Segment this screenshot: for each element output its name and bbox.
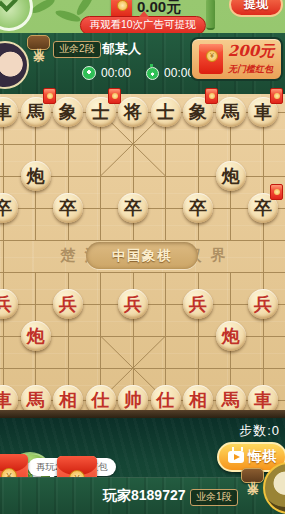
piece-glyph: 卒 [0,199,12,217]
piece-glyph: 車 [0,391,12,409]
piece-glyph: 卒 [59,199,77,217]
red-envelope-badge[interactable] [108,88,121,104]
bamboo-stalk-decoration [206,0,215,30]
piece-e7[interactable]: 卒 [118,193,148,223]
piece-glyph: 兵 [124,295,142,313]
piece-c7[interactable]: 卒 [53,193,83,223]
red-envelope-icon: ¥ [199,44,223,74]
piece-i4[interactable]: 兵 [248,289,278,319]
piece-glyph: 象 [59,103,77,121]
red-envelope-badge[interactable] [270,184,283,200]
piece-c10[interactable]: 象 [53,97,83,127]
piece-g4[interactable]: 兵 [183,289,213,319]
bamboo-leaf-decoration [30,0,57,16]
piece-i7[interactable]: 卒 [248,193,278,223]
player-shield-label: 业余 [247,472,258,478]
bamboo-leaf-decoration [74,0,95,17]
opponent-timers: 00:00 00:00 [82,66,194,80]
game-title-badge: 中国象棋 [86,242,198,269]
piece-glyph: 帅 [124,391,142,409]
piece-glyph: 象 [189,103,207,121]
xiangqi-board[interactable]: 楚河 汉界 中国象棋 車馬象士将士象馬車炮炮卒卒卒卒卒兵兵兵兵兵炮炮車馬相仕帅仕… [0,94,285,418]
piece-b3[interactable]: 炮 [21,321,51,351]
piece-e4[interactable]: 兵 [118,289,148,319]
piece-glyph: 車 [254,103,272,121]
piece-c4[interactable]: 兵 [53,289,83,319]
red-packet-amount: 200元 [224,42,278,61]
opponent-total-time: 00:00 [101,66,131,80]
piece-e10[interactable]: 将 [118,97,148,127]
ad-tv-icon [228,451,244,463]
piece-glyph: 馬 [222,103,240,121]
piece-glyph: 将 [124,103,142,121]
opponent-avatar[interactable] [0,41,29,89]
opponent-shield-label: 业余 [33,39,44,45]
red-envelope-badge[interactable] [205,88,218,104]
piece-h10[interactable]: 馬 [216,97,246,127]
piece-i10[interactable]: 車 [248,97,278,127]
move-count: 步数:0 [239,422,280,440]
opponent-bar: 业余 业余2段 郁某人 00:00 00:00 ¥ 200元 无门槛红包 [0,33,285,96]
bottom-area: 步数:0 悔棋 ✎ 任务 再玩2局可领红包 ¥ ¥ 玩家8189727 业余1段… [0,418,285,514]
opponent-rank-badge: 业余2段 [53,41,101,58]
piece-glyph: 馬 [27,391,45,409]
coin-icon: ¥ [206,50,218,62]
piece-glyph: 仕 [92,391,110,409]
player-rank-shield: 业余 [241,468,264,483]
piece-glyph: 士 [92,103,110,121]
piece-glyph: 炮 [222,327,240,345]
piece-f10[interactable]: 士 [151,97,181,127]
piece-glyph: 相 [59,391,77,409]
piece-glyph: 車 [254,391,272,409]
move-timer-icon [146,67,159,80]
piece-glyph: 兵 [0,295,12,313]
piece-glyph: 相 [189,391,207,409]
piece-glyph: 卒 [189,199,207,217]
piece-glyph: 馬 [222,391,240,409]
opponent-name: 郁某人 [102,40,141,58]
piece-glyph: 兵 [189,295,207,313]
piece-glyph: 士 [157,103,175,121]
piece-glyph: 卒 [254,199,272,217]
newbie-red-packet-banner[interactable]: ¥ 200元 无门槛红包 [190,37,283,81]
red-packet-caption: 无门槛红包 [222,63,279,76]
piece-b8[interactable]: 炮 [21,161,51,191]
player-rank-badge: 业余1段 [190,489,238,506]
red-envelope-badge[interactable] [43,88,56,104]
piece-g10[interactable]: 象 [183,97,213,127]
red-envelope-badge[interactable] [270,88,283,104]
piece-d10[interactable]: 士 [86,97,116,127]
piece-glyph: 兵 [59,295,77,313]
piece-glyph: 炮 [27,327,45,345]
piece-glyph: 車 [0,103,12,121]
player-name: 玩家8189727 [103,487,186,505]
piece-h3[interactable]: 炮 [216,321,246,351]
xiangqi-app: 0.00元 提现 再观看10次广告可提现 业余 业余2段 郁某人 00:00 0… [0,0,285,514]
collapse-chevron-icon[interactable] [0,0,33,31]
undo-label: 悔棋 [248,448,276,466]
piece-glyph: 炮 [27,167,45,185]
piece-glyph: 仕 [157,391,175,409]
player-bar: 玩家8189727 业余1段 业余 [0,477,285,514]
piece-glyph: 卒 [124,199,142,217]
opponent-rank-shield: 业余 [27,35,50,50]
piece-h8[interactable]: 炮 [216,161,246,191]
board-bottom-edge [0,410,285,418]
withdraw-button[interactable]: 提现 [229,0,283,17]
piece-glyph: 馬 [27,103,45,121]
piece-b10[interactable]: 馬 [21,97,51,127]
piece-glyph: 炮 [222,167,240,185]
game-clock-icon [82,66,96,80]
piece-glyph: 兵 [254,295,272,313]
piece-g7[interactable]: 卒 [183,193,213,223]
